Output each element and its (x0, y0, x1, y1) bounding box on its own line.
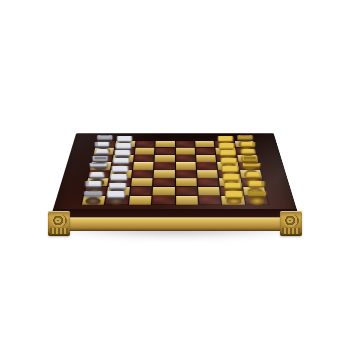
board-square (133, 162, 154, 169)
chess-piece-gold-b: ♝ (233, 172, 275, 185)
board-square (115, 141, 135, 148)
chess-piece-silver-b: ♝ (76, 172, 118, 185)
board-square (155, 148, 175, 155)
foot-ridges (282, 228, 300, 234)
chess-piece-silver-p: ♟ (98, 174, 140, 186)
board-square (236, 148, 257, 155)
chess-piece-gold-r: ♜ (235, 191, 279, 204)
board-square (215, 141, 235, 148)
board-square (95, 141, 115, 148)
board-foot-left (48, 211, 70, 236)
board-square (134, 155, 154, 162)
board-square (196, 155, 216, 162)
chess-piece-gold-p: ♟ (211, 182, 254, 194)
board-square (217, 162, 238, 169)
board-square (135, 141, 154, 148)
board-edge-band (51, 209, 299, 231)
board-square (135, 148, 155, 155)
board-square (94, 148, 115, 155)
board-square (111, 162, 132, 169)
chess-piece-silver-n: ♞ (73, 181, 116, 194)
chess-piece-gold-n: ♞ (234, 181, 277, 194)
board-square (114, 148, 134, 155)
chess-board: ♜♞♝♛♚♝♞♜♟♟♟♟♟♟♟♟♟♟♟♟♟♟♟♟♜♞♝♛♚♝♞♜ (51, 133, 299, 216)
board-square (155, 141, 174, 148)
foot-ridges (50, 228, 68, 234)
board-square (238, 162, 260, 169)
board-square (154, 162, 174, 169)
board-square (92, 155, 113, 162)
board-square (237, 155, 258, 162)
board-square (196, 162, 217, 169)
board-square (113, 155, 134, 162)
chess-piece-silver-p: ♟ (94, 191, 138, 203)
chess-piece-gold-p: ♟ (212, 191, 256, 203)
chess-piece-gold-p: ♟ (210, 174, 252, 186)
board-square (90, 162, 112, 169)
board-square (234, 141, 254, 148)
board-square (175, 141, 194, 148)
chess-set-photo: ♜♞♝♛♚♝♞♜♟♟♟♟♟♟♟♟♟♟♟♟♟♟♟♟♜♞♝♛♚♝♞♜ (0, 0, 350, 350)
board-square (175, 148, 195, 155)
board-square (155, 155, 175, 162)
scroll-ornament-icon (283, 214, 299, 227)
board-square (175, 155, 195, 162)
scroll-ornament-icon (51, 214, 67, 227)
board-foot-right (280, 211, 302, 236)
board-square (195, 141, 214, 148)
chess-piece-silver-p: ♟ (96, 182, 139, 194)
board-square (175, 162, 195, 169)
board-square (216, 155, 237, 162)
chess-piece-silver-r: ♜ (71, 191, 115, 204)
board-square (216, 148, 236, 155)
board-square (196, 148, 216, 155)
